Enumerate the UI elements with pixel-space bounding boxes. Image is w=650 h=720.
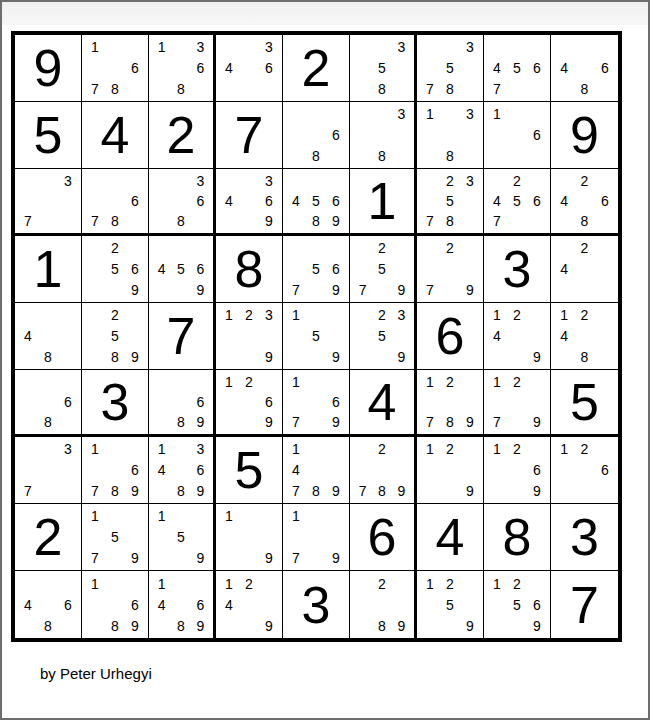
candidate-digit: 5 [171, 527, 190, 548]
candidate-grid: 1259 [417, 571, 483, 638]
solved-digit: 7 [149, 303, 213, 369]
candidate-grid: 4567 [484, 35, 550, 101]
candidate-digit: 4 [219, 191, 239, 211]
candidate-digit: 5 [440, 58, 460, 79]
cell-r9c2[interactable]: 1689 [82, 571, 149, 638]
candidate-grid: 289 [350, 571, 414, 638]
cell-r2c7[interactable]: 138 [417, 102, 484, 169]
candidate-digit: 8 [306, 211, 326, 231]
candidate-digit: 1 [554, 439, 574, 460]
candidate-digit: 4 [554, 259, 574, 280]
candidate-digit: 9 [326, 480, 346, 501]
cell-r1c3[interactable]: 1368 [149, 35, 216, 102]
candidate-digit: 6 [595, 460, 615, 481]
candidate-digit: 5 [372, 259, 391, 280]
cell-r3c6[interactable]: 1 [350, 169, 417, 236]
candidate-digit: 7 [420, 211, 440, 231]
candidate-digit: 8 [440, 211, 460, 231]
cell-r9c9[interactable]: 7 [551, 571, 618, 638]
candidate-digit: 8 [372, 480, 391, 501]
candidate-digit: 6 [527, 594, 547, 615]
candidate-digit: 2 [507, 439, 527, 460]
candidate-digit: 3 [460, 37, 480, 58]
cell-r4c5[interactable]: 5679 [283, 236, 350, 303]
solved-digit: 8 [484, 504, 550, 570]
candidate-digit: 5 [171, 259, 190, 280]
candidate-digit: 6 [259, 392, 279, 412]
candidate-digit: 1 [152, 573, 171, 594]
cell-r7c1[interactable]: 37 [15, 437, 82, 504]
solved-digit: 6 [350, 504, 414, 570]
cell-r4c9[interactable]: 24 [551, 236, 618, 303]
candidate-grid: 689 [149, 370, 213, 434]
candidate-digit: 8 [171, 412, 190, 432]
cell-r6c3[interactable]: 689 [149, 370, 216, 437]
candidate-digit: 9 [259, 412, 279, 432]
cell-r9c8[interactable]: 12569 [484, 571, 551, 638]
candidate-digit: 1 [85, 439, 105, 460]
cell-r7c2[interactable]: 16789 [82, 437, 149, 504]
candidate-digit: 6 [125, 594, 145, 615]
candidate-digit: 9 [527, 480, 547, 501]
cell-r7c5[interactable]: 14789 [283, 437, 350, 504]
candidate-grid: 358 [350, 35, 414, 101]
cell-r8c9[interactable]: 3 [551, 504, 618, 571]
candidate-digit: 4 [554, 58, 574, 79]
candidate-digit: 8 [171, 615, 190, 636]
cell-r3c4[interactable]: 3469 [216, 169, 283, 236]
candidate-digit: 4 [152, 259, 171, 280]
cell-r5c8[interactable]: 1249 [484, 303, 551, 370]
candidate-digit: 2 [574, 238, 594, 259]
cell-r8c2[interactable]: 1579 [82, 504, 149, 571]
candidate-digit: 6 [259, 58, 279, 79]
candidate-digit: 3 [259, 171, 279, 191]
candidate-digit: 6 [259, 191, 279, 211]
candidate-digit: 2 [440, 238, 460, 259]
candidate-grid: 159 [283, 303, 349, 369]
candidate-digit: 9 [392, 615, 411, 636]
candidate-digit: 4 [219, 58, 239, 79]
candidate-grid: 129 [417, 437, 483, 503]
cell-r8c7[interactable]: 4 [417, 504, 484, 571]
candidate-grid: 1579 [82, 504, 148, 570]
candidate-grid: 23578 [417, 169, 483, 233]
candidate-digit: 7 [420, 78, 440, 99]
candidate-digit: 8 [574, 78, 594, 99]
candidate-digit: 9 [460, 615, 480, 636]
candidate-digit: 1 [219, 305, 239, 326]
cell-r3c2[interactable]: 678 [82, 169, 149, 236]
candidate-digit: 7 [286, 412, 306, 432]
candidate-digit: 9 [259, 547, 279, 568]
candidate-grid: 1678 [82, 35, 148, 101]
candidate-digit: 6 [191, 594, 210, 615]
solved-digit: 3 [551, 504, 618, 570]
cell-r9c5[interactable]: 3 [283, 571, 350, 638]
candidate-digit: 2 [507, 171, 527, 191]
candidate-digit: 8 [105, 211, 125, 231]
candidate-digit: 7 [420, 412, 440, 432]
candidate-digit: 9 [326, 412, 346, 432]
candidate-grid: 12789 [417, 370, 483, 434]
candidate-grid: 68 [283, 102, 349, 168]
candidate-digit: 6 [191, 58, 210, 79]
cell-r2c9[interactable]: 9 [551, 102, 618, 169]
sudoku-page: 9167813683462358357845674685427683813816… [0, 0, 650, 720]
cell-r4c2[interactable]: 2569 [82, 236, 149, 303]
candidate-digit: 2 [440, 171, 460, 191]
candidate-digit: 5 [507, 191, 527, 211]
candidate-grid: 37 [15, 169, 81, 233]
candidate-digit: 6 [58, 594, 78, 615]
candidate-grid: 5679 [283, 236, 349, 302]
candidate-digit: 1 [85, 37, 105, 58]
cell-r8c1[interactable]: 2 [15, 504, 82, 571]
cell-r5c2[interactable]: 2589 [82, 303, 149, 370]
cell-r4c1[interactable]: 1 [15, 236, 82, 303]
cell-r7c7[interactable]: 129 [417, 437, 484, 504]
cell-r3c7[interactable]: 23578 [417, 169, 484, 236]
candidate-digit: 3 [191, 37, 210, 58]
candidate-grid: 19 [216, 504, 282, 570]
candidate-digit: 5 [306, 326, 326, 347]
cell-r1c6[interactable]: 358 [350, 35, 417, 102]
candidate-digit: 6 [125, 259, 145, 280]
cell-r5c5[interactable]: 159 [283, 303, 350, 370]
candidate-grid: 468 [551, 35, 618, 101]
candidate-digit: 1 [487, 439, 507, 460]
solved-digit: 9 [15, 35, 81, 101]
candidate-digit: 9 [326, 279, 346, 300]
cell-r2c4[interactable]: 7 [216, 102, 283, 169]
solved-digit: 5 [216, 437, 282, 503]
candidate-digit: 2 [507, 305, 527, 326]
candidate-digit: 9 [326, 211, 346, 231]
cell-r5c3[interactable]: 7 [149, 303, 216, 370]
candidate-grid: 2579 [350, 236, 414, 302]
candidate-digit: 6 [191, 191, 210, 211]
candidate-digit: 8 [105, 346, 125, 367]
candidate-digit: 8 [306, 480, 326, 501]
candidate-digit: 2 [239, 573, 259, 594]
candidate-digit: 3 [392, 37, 411, 58]
candidate-digit: 6 [191, 259, 210, 280]
candidate-grid: 1368 [149, 35, 213, 101]
cell-r5c6[interactable]: 2359 [350, 303, 417, 370]
solved-digit: 2 [149, 102, 213, 168]
candidate-digit: 6 [125, 58, 145, 79]
candidate-digit: 9 [527, 615, 547, 636]
candidate-digit: 6 [326, 125, 346, 146]
solved-digit: 3 [82, 370, 148, 434]
candidate-grid: 2569 [82, 236, 148, 302]
solved-digit: 5 [15, 102, 81, 168]
cell-r4c7[interactable]: 279 [417, 236, 484, 303]
cell-r7c8[interactable]: 1269 [484, 437, 551, 504]
cell-r4c3[interactable]: 4569 [149, 236, 216, 303]
candidate-digit: 7 [487, 78, 507, 99]
solved-digit: 6 [417, 303, 483, 369]
candidate-grid: 24 [551, 236, 618, 302]
cell-r2c6[interactable]: 38 [350, 102, 417, 169]
cell-r1c9[interactable]: 468 [551, 35, 618, 102]
candidate-grid: 3469 [216, 169, 282, 233]
candidate-digit: 5 [306, 191, 326, 211]
candidate-digit: 1 [487, 104, 507, 125]
candidate-grid: 126 [551, 437, 618, 503]
candidate-digit: 9 [460, 480, 480, 501]
candidate-digit: 9 [125, 615, 145, 636]
candidate-digit: 6 [527, 125, 547, 146]
cell-r9c4[interactable]: 1249 [216, 571, 283, 638]
candidate-digit: 8 [440, 412, 460, 432]
candidate-grid: 38 [350, 102, 414, 168]
candidate-digit: 6 [326, 392, 346, 412]
cell-r8c5[interactable]: 179 [283, 504, 350, 571]
candidate-digit: 7 [420, 279, 440, 300]
header-strip [2, 2, 648, 25]
candidate-digit: 3 [460, 104, 480, 125]
candidate-digit: 7 [85, 480, 105, 501]
solved-digit: 7 [216, 102, 282, 168]
candidate-grid: 16 [484, 102, 550, 168]
candidate-digit: 2 [574, 439, 594, 460]
candidate-digit: 9 [125, 279, 145, 300]
cell-r3c1[interactable]: 37 [15, 169, 82, 236]
cell-r5c4[interactable]: 1239 [216, 303, 283, 370]
cell-r5c7[interactable]: 6 [417, 303, 484, 370]
candidate-digit: 1 [286, 372, 306, 392]
candidate-digit: 7 [353, 480, 372, 501]
candidate-digit: 5 [105, 259, 125, 280]
candidate-digit: 8 [38, 615, 58, 636]
candidate-grid: 346 [216, 35, 282, 101]
candidate-grid: 1248 [551, 303, 618, 369]
candidate-digit: 6 [125, 191, 145, 211]
candidate-digit: 4 [18, 594, 38, 615]
candidate-digit: 6 [191, 392, 210, 412]
cell-r2c8[interactable]: 16 [484, 102, 551, 169]
cell-r1c1[interactable]: 9 [15, 35, 82, 102]
candidate-grid: 2468 [551, 169, 618, 233]
solved-digit: 5 [551, 370, 618, 434]
cell-r6c4[interactable]: 1269 [216, 370, 283, 437]
candidate-digit: 6 [527, 58, 547, 79]
candidate-digit: 2 [372, 573, 391, 594]
cell-r8c8[interactable]: 8 [484, 504, 551, 571]
candidate-digit: 4 [219, 594, 239, 615]
cell-r9c3[interactable]: 14689 [149, 571, 216, 638]
candidate-grid: 179 [283, 504, 349, 570]
candidate-digit: 8 [440, 145, 460, 166]
candidate-digit: 8 [38, 412, 58, 432]
candidate-grid: 1689 [82, 571, 148, 638]
candidate-digit: 9 [259, 346, 279, 367]
candidate-digit: 7 [286, 547, 306, 568]
solved-digit: 8 [216, 236, 282, 302]
candidate-digit: 1 [152, 37, 171, 58]
candidate-digit: 6 [125, 460, 145, 481]
cell-r6c8[interactable]: 1279 [484, 370, 551, 437]
cell-r5c1[interactable]: 48 [15, 303, 82, 370]
candidate-digit: 1 [85, 506, 105, 527]
cell-r1c5[interactable]: 2 [283, 35, 350, 102]
candidate-digit: 1 [487, 305, 507, 326]
cell-r1c2[interactable]: 1678 [82, 35, 149, 102]
candidate-digit: 4 [487, 326, 507, 347]
candidate-grid: 134689 [149, 437, 213, 503]
candidate-digit: 1 [286, 439, 306, 460]
cell-r6c1[interactable]: 68 [15, 370, 82, 437]
cell-r7c9[interactable]: 126 [551, 437, 618, 504]
candidate-digit: 1 [487, 372, 507, 392]
candidate-digit: 8 [574, 346, 594, 367]
cell-r7c4[interactable]: 5 [216, 437, 283, 504]
candidate-grid: 4569 [149, 236, 213, 302]
candidate-digit: 3 [460, 171, 480, 191]
candidate-digit: 8 [105, 78, 125, 99]
candidate-digit: 1 [85, 573, 105, 594]
cell-r6c7[interactable]: 12789 [417, 370, 484, 437]
cell-r3c3[interactable]: 368 [149, 169, 216, 236]
candidate-digit: 2 [239, 305, 259, 326]
candidate-digit: 5 [306, 259, 326, 280]
cell-r8c4[interactable]: 19 [216, 504, 283, 571]
candidate-digit: 2 [105, 238, 125, 259]
cell-r3c5[interactable]: 45689 [283, 169, 350, 236]
cell-r9c7[interactable]: 1259 [417, 571, 484, 638]
candidate-digit: 1 [420, 439, 440, 460]
candidate-digit: 8 [105, 615, 125, 636]
candidate-digit: 4 [554, 326, 574, 347]
cell-r2c2[interactable]: 4 [82, 102, 149, 169]
candidate-digit: 4 [554, 191, 574, 211]
candidate-grid: 2789 [350, 437, 414, 503]
cell-r7c3[interactable]: 134689 [149, 437, 216, 504]
solved-digit: 4 [417, 504, 483, 570]
solved-digit: 1 [15, 236, 81, 302]
candidate-digit: 1 [286, 506, 306, 527]
candidate-digit: 3 [191, 439, 210, 460]
candidate-digit: 8 [38, 346, 58, 367]
candidate-digit: 9 [191, 615, 210, 636]
candidate-digit: 3 [58, 171, 78, 191]
cell-r4c4[interactable]: 8 [216, 236, 283, 303]
cell-r4c6[interactable]: 2579 [350, 236, 417, 303]
candidate-digit: 2 [574, 171, 594, 191]
candidate-digit: 2 [239, 372, 259, 392]
candidate-digit: 9 [259, 211, 279, 231]
cell-r5c9[interactable]: 1248 [551, 303, 618, 370]
candidate-grid: 2359 [350, 303, 414, 369]
cell-r1c8[interactable]: 4567 [484, 35, 551, 102]
candidate-digit: 8 [171, 78, 190, 99]
candidate-digit: 6 [326, 191, 346, 211]
candidate-digit: 6 [58, 392, 78, 412]
solved-digit: 2 [15, 504, 81, 570]
cell-r2c3[interactable]: 2 [149, 102, 216, 169]
candidate-digit: 2 [440, 372, 460, 392]
candidate-digit: 9 [392, 346, 411, 367]
candidate-digit: 5 [372, 326, 391, 347]
candidate-digit: 7 [487, 211, 507, 231]
candidate-digit: 2 [574, 305, 594, 326]
cell-r2c1[interactable]: 5 [15, 102, 82, 169]
candidate-grid: 138 [417, 102, 483, 168]
cell-r6c2[interactable]: 3 [82, 370, 149, 437]
cell-r3c8[interactable]: 24567 [484, 169, 551, 236]
cell-r1c7[interactable]: 3578 [417, 35, 484, 102]
candidate-digit: 1 [219, 372, 239, 392]
candidate-digit: 5 [372, 58, 391, 79]
candidate-digit: 3 [392, 104, 411, 125]
cell-r3c9[interactable]: 2468 [551, 169, 618, 236]
cell-r6c9[interactable]: 5 [551, 370, 618, 437]
candidate-digit: 3 [259, 37, 279, 58]
cell-r7c6[interactable]: 2789 [350, 437, 417, 504]
candidate-grid: 48 [15, 303, 81, 369]
candidate-digit: 9 [326, 547, 346, 568]
candidate-digit: 7 [18, 211, 38, 231]
candidate-digit: 3 [259, 305, 279, 326]
candidate-digit: 7 [487, 412, 507, 432]
candidate-digit: 9 [527, 412, 547, 432]
candidate-digit: 9 [527, 346, 547, 367]
candidate-grid: 12569 [484, 571, 550, 638]
solved-digit: 2 [283, 35, 349, 101]
candidate-digit: 9 [392, 480, 411, 501]
candidate-digit: 7 [353, 279, 372, 300]
cell-r2c5[interactable]: 68 [283, 102, 350, 169]
candidate-digit: 3 [58, 439, 78, 460]
cell-r9c1[interactable]: 468 [15, 571, 82, 638]
cell-r1c4[interactable]: 346 [216, 35, 283, 102]
candidate-digit: 9 [125, 346, 145, 367]
candidate-digit: 1 [420, 372, 440, 392]
cell-r6c5[interactable]: 1679 [283, 370, 350, 437]
candidate-digit: 8 [372, 78, 391, 99]
candidate-digit: 5 [105, 326, 125, 347]
candidate-digit: 9 [191, 547, 210, 568]
solved-digit: 1 [350, 169, 414, 233]
candidate-digit: 9 [191, 480, 210, 501]
cell-r9c6[interactable]: 289 [350, 571, 417, 638]
candidate-grid: 1239 [216, 303, 282, 369]
candidate-grid: 2589 [82, 303, 148, 369]
candidate-digit: 7 [286, 480, 306, 501]
candidate-digit: 6 [595, 191, 615, 211]
candidate-digit: 7 [85, 78, 105, 99]
candidate-digit: 1 [554, 305, 574, 326]
cell-r8c3[interactable]: 159 [149, 504, 216, 571]
cell-r6c6[interactable]: 4 [350, 370, 417, 437]
solved-digit: 7 [551, 571, 618, 638]
solved-digit: 3 [283, 571, 349, 638]
candidate-digit: 9 [259, 615, 279, 636]
candidate-digit: 1 [420, 573, 440, 594]
candidate-digit: 8 [574, 211, 594, 231]
candidate-grid: 3578 [417, 35, 483, 101]
solved-digit: 3 [484, 236, 550, 302]
solved-digit: 4 [350, 370, 414, 434]
cell-r8c6[interactable]: 6 [350, 504, 417, 571]
candidate-digit: 2 [372, 305, 391, 326]
solved-digit: 4 [82, 102, 148, 168]
candidate-digit: 6 [191, 460, 210, 481]
cell-r4c8[interactable]: 3 [484, 236, 551, 303]
candidate-digit: 4 [286, 191, 306, 211]
